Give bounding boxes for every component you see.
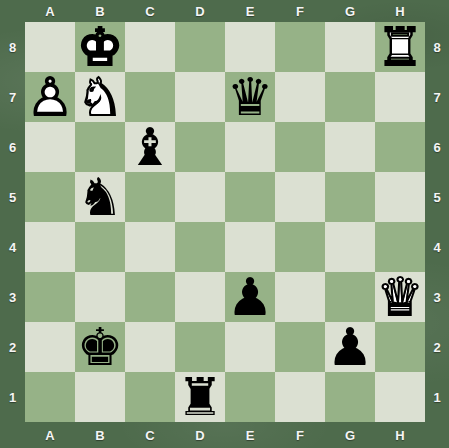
square-d7[interactable] bbox=[175, 72, 225, 122]
square-h7[interactable] bbox=[375, 72, 425, 122]
square-b5[interactable]: ♞ bbox=[75, 172, 125, 222]
square-g8[interactable] bbox=[325, 22, 375, 72]
square-e5[interactable] bbox=[225, 172, 275, 222]
square-h3[interactable]: ♛♕ bbox=[375, 272, 425, 322]
square-e6[interactable] bbox=[225, 122, 275, 172]
white-king[interactable]: ♚♔ bbox=[75, 22, 125, 72]
square-b2[interactable]: ♚ bbox=[75, 322, 125, 372]
rank-label-5: 5 bbox=[0, 172, 25, 222]
rank-labels-left: 87654321 bbox=[0, 22, 25, 422]
piece-outline-layer: ♖ bbox=[375, 22, 425, 72]
square-d3[interactable] bbox=[175, 272, 225, 322]
file-label-a: A bbox=[25, 0, 75, 22]
rank-label-8: 8 bbox=[0, 22, 25, 72]
rank-label-5: 5 bbox=[425, 172, 449, 222]
file-label-f: F bbox=[275, 422, 325, 448]
square-f4[interactable] bbox=[275, 222, 325, 272]
square-e1[interactable] bbox=[225, 372, 275, 422]
rank-label-8: 8 bbox=[425, 22, 449, 72]
chess-board-app: ABCDEFGH ABCDEFGH 87654321 87654321 ♚♔♜♖… bbox=[0, 0, 449, 448]
square-f8[interactable] bbox=[275, 22, 325, 72]
square-g2[interactable]: ♟ bbox=[325, 322, 375, 372]
square-f3[interactable] bbox=[275, 272, 325, 322]
black-bishop[interactable]: ♝ bbox=[125, 122, 175, 172]
square-d4[interactable] bbox=[175, 222, 225, 272]
square-a3[interactable] bbox=[25, 272, 75, 322]
square-c8[interactable] bbox=[125, 22, 175, 72]
square-e2[interactable] bbox=[225, 322, 275, 372]
square-a2[interactable] bbox=[25, 322, 75, 372]
file-label-g: G bbox=[325, 422, 375, 448]
square-h4[interactable] bbox=[375, 222, 425, 272]
square-d5[interactable] bbox=[175, 172, 225, 222]
black-rook[interactable]: ♜ bbox=[175, 372, 225, 422]
black-pawn[interactable]: ♟ bbox=[325, 322, 375, 372]
rank-label-1: 1 bbox=[0, 372, 25, 422]
square-a4[interactable] bbox=[25, 222, 75, 272]
square-f5[interactable] bbox=[275, 172, 325, 222]
square-b8[interactable]: ♚♔ bbox=[75, 22, 125, 72]
square-c5[interactable] bbox=[125, 172, 175, 222]
square-f2[interactable] bbox=[275, 322, 325, 372]
square-c6[interactable]: ♝ bbox=[125, 122, 175, 172]
rank-label-6: 6 bbox=[0, 122, 25, 172]
chess-board: ♚♔♜♖♟♙♞♘♛♝♞♟♛♕♚♟♜ bbox=[25, 22, 425, 422]
square-b1[interactable] bbox=[75, 372, 125, 422]
rank-label-4: 4 bbox=[0, 222, 25, 272]
rank-labels-right: 87654321 bbox=[425, 22, 449, 422]
square-g3[interactable] bbox=[325, 272, 375, 322]
black-pawn[interactable]: ♟ bbox=[225, 272, 275, 322]
square-c2[interactable] bbox=[125, 322, 175, 372]
piece-outline-layer: ♕ bbox=[375, 272, 425, 322]
white-knight[interactable]: ♞♘ bbox=[75, 72, 125, 122]
square-d1[interactable]: ♜ bbox=[175, 372, 225, 422]
square-a1[interactable] bbox=[25, 372, 75, 422]
rank-label-2: 2 bbox=[425, 322, 449, 372]
square-g7[interactable] bbox=[325, 72, 375, 122]
file-label-e: E bbox=[225, 0, 275, 22]
square-b3[interactable] bbox=[75, 272, 125, 322]
square-h1[interactable] bbox=[375, 372, 425, 422]
rank-label-1: 1 bbox=[425, 372, 449, 422]
square-b4[interactable] bbox=[75, 222, 125, 272]
square-c3[interactable] bbox=[125, 272, 175, 322]
piece-outline-layer: ♔ bbox=[75, 22, 125, 72]
rank-label-3: 3 bbox=[0, 272, 25, 322]
square-g4[interactable] bbox=[325, 222, 375, 272]
square-e3[interactable]: ♟ bbox=[225, 272, 275, 322]
piece-outline-layer: ♙ bbox=[25, 72, 75, 122]
file-labels-bottom: ABCDEFGH bbox=[25, 422, 425, 448]
file-label-h: H bbox=[375, 422, 425, 448]
square-h2[interactable] bbox=[375, 322, 425, 372]
square-b7[interactable]: ♞♘ bbox=[75, 72, 125, 122]
square-a7[interactable]: ♟♙ bbox=[25, 72, 75, 122]
piece-outline-layer: ♘ bbox=[75, 72, 125, 122]
file-label-e: E bbox=[225, 422, 275, 448]
square-d8[interactable] bbox=[175, 22, 225, 72]
square-g6[interactable] bbox=[325, 122, 375, 172]
square-a8[interactable] bbox=[25, 22, 75, 72]
square-a6[interactable] bbox=[25, 122, 75, 172]
file-label-c: C bbox=[125, 422, 175, 448]
square-d6[interactable] bbox=[175, 122, 225, 172]
square-e8[interactable] bbox=[225, 22, 275, 72]
file-label-f: F bbox=[275, 0, 325, 22]
rank-label-6: 6 bbox=[425, 122, 449, 172]
rank-label-2: 2 bbox=[0, 322, 25, 372]
rank-label-4: 4 bbox=[425, 222, 449, 272]
square-f7[interactable] bbox=[275, 72, 325, 122]
file-label-d: D bbox=[175, 0, 225, 22]
square-g5[interactable] bbox=[325, 172, 375, 222]
file-label-c: C bbox=[125, 0, 175, 22]
square-f1[interactable] bbox=[275, 372, 325, 422]
square-c7[interactable] bbox=[125, 72, 175, 122]
square-c4[interactable] bbox=[125, 222, 175, 272]
square-f6[interactable] bbox=[275, 122, 325, 172]
square-e4[interactable] bbox=[225, 222, 275, 272]
square-e7[interactable]: ♛ bbox=[225, 72, 275, 122]
rank-label-7: 7 bbox=[425, 72, 449, 122]
white-pawn[interactable]: ♟♙ bbox=[25, 72, 75, 122]
square-b6[interactable] bbox=[75, 122, 125, 172]
square-g1[interactable] bbox=[325, 372, 375, 422]
square-a5[interactable] bbox=[25, 172, 75, 222]
black-knight[interactable]: ♞ bbox=[75, 172, 125, 222]
file-label-b: B bbox=[75, 422, 125, 448]
file-label-g: G bbox=[325, 0, 375, 22]
file-label-a: A bbox=[25, 422, 75, 448]
black-king[interactable]: ♚ bbox=[75, 322, 125, 372]
square-h6[interactable] bbox=[375, 122, 425, 172]
square-d2[interactable] bbox=[175, 322, 225, 372]
white-queen[interactable]: ♛♕ bbox=[375, 272, 425, 322]
white-rook[interactable]: ♜♖ bbox=[375, 22, 425, 72]
square-h8[interactable]: ♜♖ bbox=[375, 22, 425, 72]
square-c1[interactable] bbox=[125, 372, 175, 422]
square-h5[interactable] bbox=[375, 172, 425, 222]
black-queen[interactable]: ♛ bbox=[225, 72, 275, 122]
rank-label-7: 7 bbox=[0, 72, 25, 122]
rank-label-3: 3 bbox=[425, 272, 449, 322]
